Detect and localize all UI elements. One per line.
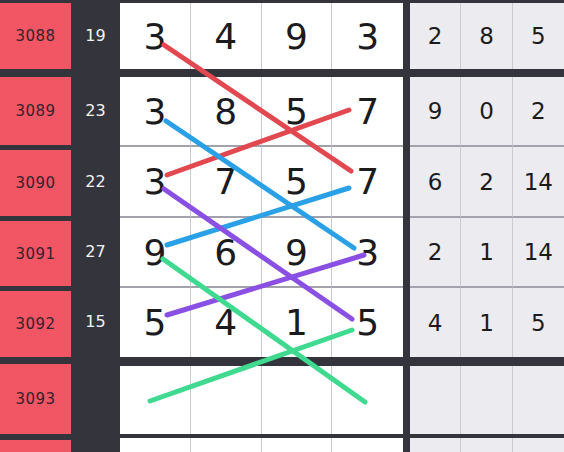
digit-cell: [262, 438, 333, 452]
draw-number-cell: 3091: [0, 221, 71, 286]
digit-cell: 3: [332, 218, 403, 288]
digit-sum-label: 23: [71, 100, 120, 122]
stat-cell: [410, 366, 461, 434]
digit-cell: 4: [191, 3, 262, 69]
stat-cell: 4: [410, 288, 461, 357]
digit-cell: 8: [191, 77, 262, 147]
stat-cell: 2: [410, 3, 461, 69]
digit-cell: 5: [120, 288, 191, 357]
draw-number-cell: 3090: [0, 150, 71, 216]
digit-cell: [262, 366, 333, 434]
stat-cell: 5: [513, 3, 564, 69]
digit-sum-label: 19: [71, 25, 120, 47]
digit-cell: 4: [191, 288, 262, 357]
digit-cell: [332, 366, 403, 434]
stat-cell: 1: [461, 288, 512, 357]
stat-cell: 2: [410, 218, 461, 288]
stat-cell: [461, 366, 512, 434]
stat-cell: 14: [513, 218, 564, 288]
stat-cell: [513, 438, 564, 452]
stat-cell: 1: [461, 218, 512, 288]
digit-cell: 9: [262, 3, 333, 69]
digit-cell: 7: [332, 77, 403, 147]
stat-cell: 0: [461, 77, 512, 147]
digit-cell: [332, 438, 403, 452]
draw-number-cell: 3088: [0, 3, 71, 69]
digit-cell: [120, 366, 191, 434]
digit-cell: 5: [332, 288, 403, 357]
digit-cell: 7: [191, 147, 262, 218]
digit-cell: 3: [120, 3, 191, 69]
digit-cell: 5: [262, 77, 333, 147]
stats-grid-band3: [410, 366, 564, 434]
stat-cell: [410, 438, 461, 452]
digit-sum-label: 22: [71, 171, 120, 193]
stat-cell: 9: [410, 77, 461, 147]
digit-grid-band4: [120, 438, 403, 452]
digit-cell: [120, 438, 191, 452]
stat-cell: 8: [461, 3, 512, 69]
draw-number-cell: 3089: [0, 77, 71, 145]
stat-cell: 2: [513, 77, 564, 147]
digit-grid-band2: 3 8 5 7 3 7 5 7 9 6 9 3 5 4 1 5: [120, 77, 403, 357]
stats-grid-band4: [410, 438, 564, 452]
digit-cell: 9: [120, 218, 191, 288]
lottery-tracking-board: 3088 3089 3090 3091 3092 3093 19 23 22 2…: [0, 0, 564, 452]
draw-number-cell: 3092: [0, 291, 71, 357]
digit-sum-label: 15: [71, 311, 120, 333]
digit-cell: 1: [262, 288, 333, 357]
digit-cell: 5: [262, 147, 333, 218]
stat-cell: 14: [513, 147, 564, 218]
stat-cell: 5: [513, 288, 564, 357]
digit-grid-band3: [120, 366, 403, 434]
digit-grid-band1: 3 4 9 3: [120, 3, 403, 69]
digit-cell: [191, 438, 262, 452]
digit-cell: 7: [332, 147, 403, 218]
draw-number-cell-partial: [0, 440, 71, 452]
digit-cell: 3: [332, 3, 403, 69]
stat-cell: 6: [410, 147, 461, 218]
digit-cell: 6: [191, 218, 262, 288]
digit-cell: 9: [262, 218, 333, 288]
digit-cell: [191, 366, 262, 434]
stats-grid-band1: 2 8 5: [410, 3, 564, 69]
digit-sum-label: 27: [71, 241, 120, 263]
stat-cell: 2: [461, 147, 512, 218]
digit-cell: 3: [120, 147, 191, 218]
stat-cell: [513, 366, 564, 434]
draw-number-cell: 3093: [0, 364, 71, 434]
stat-cell: [461, 438, 512, 452]
digit-cell: 3: [120, 77, 191, 147]
stats-grid-band2: 9 0 2 6 2 14 2 1 14 4 1 5: [410, 77, 564, 357]
